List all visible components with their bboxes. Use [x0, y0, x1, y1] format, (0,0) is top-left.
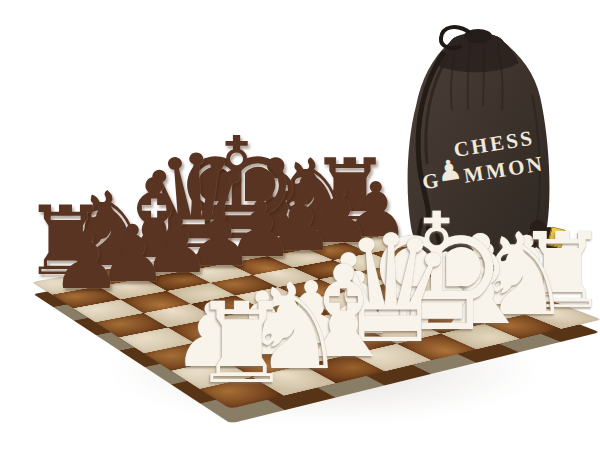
chessboard	[33, 227, 600, 409]
board-scene	[0, 0, 600, 450]
product-photo: CHESS G MMON ♟ ♜♞♝♛♚♝♞♜♟♟♟♟♟♟♟♟♟♟♟♟♟♟♟♟♜…	[0, 0, 600, 450]
